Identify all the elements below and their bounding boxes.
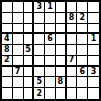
sudoku-cell-r2c7[interactable]: 8 [67,13,78,24]
sudoku-cell-r9c1[interactable] [2,88,13,99]
sudoku-cell-r5c8[interactable] [77,45,88,56]
sudoku-cell-r2c9[interactable] [88,13,99,24]
sudoku-cell-r7c4[interactable] [34,67,45,78]
sudoku-cell-r4c1[interactable]: 4 [2,34,13,45]
sudoku-cell-r3c5[interactable] [45,24,56,35]
sudoku-cell-r1c1[interactable] [2,2,13,13]
sudoku-cell-r7c2[interactable]: 7 [13,67,24,78]
sudoku-cell-r6c1[interactable]: 2 [2,56,13,67]
sudoku-cell-r1c5[interactable]: 1 [45,2,56,13]
sudoku-cell-r3c8[interactable] [77,24,88,35]
sudoku-cell-r1c8[interactable] [77,2,88,13]
sudoku-cell-r1c6[interactable] [56,2,67,13]
sudoku-cell-r8c7[interactable] [67,77,78,88]
sudoku-cell-r8c1[interactable] [2,77,13,88]
sudoku-cell-r9c8[interactable] [77,88,88,99]
sudoku-cell-r5c2[interactable] [13,45,24,56]
sudoku-cell-r9c3[interactable] [24,88,35,99]
sudoku-cell-r3c3[interactable] [24,24,35,35]
sudoku-cell-r1c4[interactable]: 3 [34,2,45,13]
sudoku-cell-r3c1[interactable] [2,24,13,35]
sudoku-cell-r6c6[interactable] [56,56,67,67]
sudoku-cell-r1c3[interactable] [24,2,35,13]
sudoku-cell-r4c2[interactable] [13,34,24,45]
sudoku-cell-r5c1[interactable]: 8 [2,45,13,56]
sudoku-cell-r2c6[interactable] [56,13,67,24]
sudoku-cell-r9c7[interactable] [67,88,78,99]
sudoku-cell-r6c2[interactable] [13,56,24,67]
sudoku-cell-r4c9[interactable]: 1 [88,34,99,45]
sudoku-cell-r5c9[interactable] [88,45,99,56]
sudoku-cell-r2c1[interactable] [2,13,13,24]
sudoku-cell-r9c5[interactable] [45,88,56,99]
sudoku-cell-r4c6[interactable] [56,34,67,45]
sudoku-cell-r7c3[interactable] [24,67,35,78]
sudoku-cell-r2c4[interactable] [34,13,45,24]
sudoku-cell-r7c8[interactable]: 6 [77,67,88,78]
sudoku-cell-r6c4[interactable] [34,56,45,67]
sudoku-cell-r3c4[interactable] [34,24,45,35]
sudoku-board: 31824618527763582 [0,0,101,101]
sudoku-cell-r7c9[interactable]: 3 [88,67,99,78]
sudoku-cell-r5c4[interactable] [34,45,45,56]
sudoku-cell-r8c6[interactable]: 8 [56,77,67,88]
sudoku-cell-r7c6[interactable] [56,67,67,78]
sudoku-cell-r1c7[interactable] [67,2,78,13]
sudoku-cell-r6c8[interactable] [77,56,88,67]
sudoku-cell-r4c7[interactable] [67,34,78,45]
sudoku-cell-r9c6[interactable] [56,88,67,99]
sudoku-cell-r2c2[interactable] [13,13,24,24]
sudoku-cell-r9c9[interactable] [88,88,99,99]
sudoku-cell-r8c4[interactable]: 5 [34,77,45,88]
sudoku-cell-r1c2[interactable] [13,2,24,13]
sudoku-cell-r1c9[interactable] [88,2,99,13]
sudoku-cell-r2c8[interactable]: 2 [77,13,88,24]
sudoku-cell-r5c5[interactable] [45,45,56,56]
sudoku-cell-r6c9[interactable] [88,56,99,67]
sudoku-cell-r3c2[interactable] [13,24,24,35]
sudoku-cell-r8c8[interactable] [77,77,88,88]
sudoku-cell-r6c7[interactable]: 7 [67,56,78,67]
sudoku-cell-r4c8[interactable] [77,34,88,45]
sudoku-cell-r4c3[interactable] [24,34,35,45]
sudoku-cell-r2c5[interactable] [45,13,56,24]
sudoku-cell-r8c2[interactable] [13,77,24,88]
sudoku-cell-r8c5[interactable] [45,77,56,88]
sudoku-cell-r7c1[interactable] [2,67,13,78]
sudoku-cell-r6c5[interactable] [45,56,56,67]
sudoku-cell-r3c9[interactable] [88,24,99,35]
sudoku-cell-r9c2[interactable] [13,88,24,99]
sudoku-cell-r2c3[interactable] [24,13,35,24]
sudoku-cell-r6c3[interactable] [24,56,35,67]
sudoku-cell-r7c5[interactable] [45,67,56,78]
sudoku-cell-r8c9[interactable] [88,77,99,88]
sudoku-cell-r8c3[interactable] [24,77,35,88]
sudoku-cell-r9c4[interactable]: 2 [34,88,45,99]
sudoku-cell-r4c4[interactable] [34,34,45,45]
sudoku-cell-r3c6[interactable] [56,24,67,35]
sudoku-cell-r5c6[interactable] [56,45,67,56]
sudoku-cell-r7c7[interactable] [67,67,78,78]
sudoku-cell-r3c7[interactable] [67,24,78,35]
sudoku-cell-r4c5[interactable]: 6 [45,34,56,45]
sudoku-cell-r5c3[interactable]: 5 [24,45,35,56]
sudoku-cell-r5c7[interactable] [67,45,78,56]
